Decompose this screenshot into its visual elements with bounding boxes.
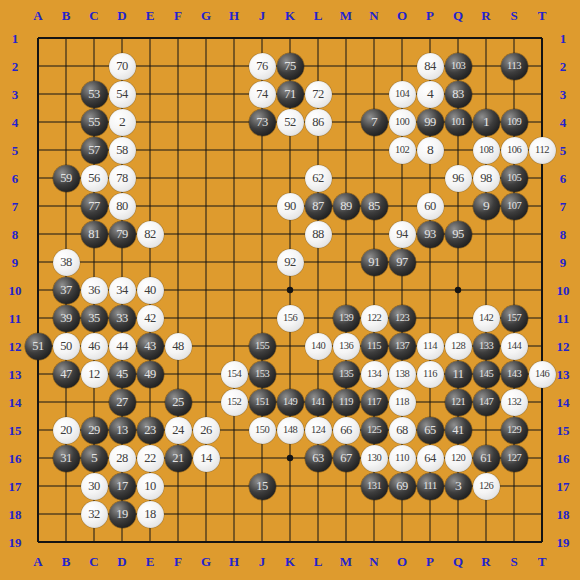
row-label-left: 7 — [12, 200, 19, 213]
move-number: 135 — [339, 369, 353, 380]
move-number: 56 — [88, 172, 100, 185]
move-number: 141 — [311, 397, 325, 408]
black-stone-K3: 71 — [277, 81, 304, 108]
move-number: 103 — [451, 61, 465, 72]
move-number: 89 — [340, 200, 352, 213]
move-number: 49 — [144, 368, 156, 381]
black-stone-C16: 5 — [81, 445, 108, 472]
row-label-left: 11 — [9, 312, 21, 325]
move-number: 128 — [451, 341, 465, 352]
column-label-top: J — [259, 9, 266, 22]
move-number: 84 — [424, 60, 436, 73]
move-number: 133 — [479, 341, 493, 352]
move-number: 4 — [427, 87, 433, 101]
black-stone-E12: 43 — [137, 333, 164, 360]
column-label-bottom: Q — [453, 555, 463, 568]
column-label-bottom: K — [285, 555, 295, 568]
row-label-right: 7 — [560, 200, 567, 213]
black-stone-D11: 33 — [109, 305, 136, 332]
white-stone-S12: 144 — [501, 333, 528, 360]
move-number: 91 — [368, 256, 380, 269]
star-point — [287, 287, 293, 293]
white-stone-N13: 134 — [361, 361, 388, 388]
move-number: 32 — [88, 508, 100, 521]
black-stone-J17: 15 — [249, 473, 276, 500]
move-number: 23 — [144, 424, 156, 437]
row-label-left: 18 — [9, 508, 22, 521]
move-number: 3 — [455, 479, 461, 493]
black-stone-O9: 97 — [389, 249, 416, 276]
move-number: 98 — [480, 172, 492, 185]
row-label-right: 2 — [560, 60, 567, 73]
white-stone-H14: 152 — [221, 389, 248, 416]
move-number: 79 — [116, 228, 128, 241]
row-label-left: 17 — [9, 480, 22, 493]
move-number: 117 — [367, 397, 381, 408]
column-label-bottom: B — [62, 555, 71, 568]
white-stone-C12: 46 — [81, 333, 108, 360]
column-label-bottom: M — [340, 555, 352, 568]
column-label-bottom: R — [481, 555, 490, 568]
move-number: 51 — [32, 340, 44, 353]
column-label-top: Q — [453, 9, 463, 22]
white-stone-C13: 12 — [81, 361, 108, 388]
column-label-bottom: S — [510, 555, 517, 568]
move-number: 130 — [367, 453, 381, 464]
white-stone-C6: 56 — [81, 165, 108, 192]
black-stone-A12: 51 — [25, 333, 52, 360]
black-stone-O11: 123 — [389, 305, 416, 332]
column-label-top: D — [117, 9, 126, 22]
move-number: 80 — [116, 200, 128, 213]
move-number: 65 — [424, 424, 436, 437]
white-stone-C17: 30 — [81, 473, 108, 500]
black-stone-B6: 59 — [53, 165, 80, 192]
black-stone-J13: 153 — [249, 361, 276, 388]
move-number: 152 — [227, 397, 241, 408]
move-number: 21 — [172, 452, 184, 465]
row-label-left: 2 — [12, 60, 19, 73]
move-number: 121 — [451, 397, 465, 408]
black-stone-R14: 147 — [473, 389, 500, 416]
white-stone-T13: 146 — [529, 361, 556, 388]
row-label-right: 3 — [560, 88, 567, 101]
move-number: 109 — [507, 117, 521, 128]
move-number: 95 — [452, 228, 464, 241]
move-number: 68 — [396, 424, 408, 437]
move-number: 2 — [119, 115, 125, 129]
black-stone-L14: 141 — [305, 389, 332, 416]
move-number: 155 — [255, 341, 269, 352]
move-number: 78 — [116, 172, 128, 185]
black-stone-S15: 129 — [501, 417, 528, 444]
move-number: 14 — [200, 452, 212, 465]
black-stone-S11: 157 — [501, 305, 528, 332]
black-stone-S13: 143 — [501, 361, 528, 388]
white-stone-B9: 38 — [53, 249, 80, 276]
row-label-right: 16 — [557, 452, 570, 465]
move-number: 46 — [88, 340, 100, 353]
row-label-right: 19 — [557, 536, 570, 549]
black-stone-D18: 19 — [109, 501, 136, 528]
move-number: 104 — [395, 89, 409, 100]
move-number: 136 — [339, 341, 353, 352]
move-number: 31 — [60, 452, 72, 465]
row-label-left: 12 — [9, 340, 22, 353]
black-stone-Q14: 121 — [445, 389, 472, 416]
move-number: 22 — [144, 452, 156, 465]
column-label-top: E — [146, 9, 155, 22]
black-stone-B11: 39 — [53, 305, 80, 332]
move-number: 8 — [427, 143, 433, 157]
move-number: 29 — [88, 424, 100, 437]
black-stone-D14: 27 — [109, 389, 136, 416]
white-stone-J15: 150 — [249, 417, 276, 444]
column-label-bottom: A — [33, 555, 42, 568]
black-stone-F16: 21 — [165, 445, 192, 472]
move-number: 96 — [452, 172, 464, 185]
move-number: 150 — [255, 425, 269, 436]
black-stone-M16: 67 — [333, 445, 360, 472]
column-label-bottom: C — [89, 555, 98, 568]
move-number: 82 — [144, 228, 156, 241]
move-number: 97 — [396, 256, 408, 269]
move-number: 25 — [172, 396, 184, 409]
row-label-right: 14 — [557, 396, 570, 409]
move-number: 153 — [255, 369, 269, 380]
move-number: 99 — [424, 116, 436, 129]
white-stone-L15: 124 — [305, 417, 332, 444]
row-label-left: 19 — [9, 536, 22, 549]
row-label-right: 13 — [557, 368, 570, 381]
move-number: 92 — [284, 256, 296, 269]
row-label-left: 4 — [12, 116, 19, 129]
move-number: 70 — [116, 60, 128, 73]
black-stone-N14: 117 — [361, 389, 388, 416]
white-stone-O5: 102 — [389, 137, 416, 164]
move-number: 114 — [423, 341, 437, 352]
move-number: 140 — [311, 341, 325, 352]
row-label-right: 15 — [557, 424, 570, 437]
move-number: 38 — [60, 256, 72, 269]
move-number: 119 — [339, 397, 353, 408]
move-number: 126 — [479, 481, 493, 492]
move-number: 18 — [144, 508, 156, 521]
move-number: 28 — [116, 452, 128, 465]
white-stone-L4: 86 — [305, 109, 332, 136]
row-label-right: 18 — [557, 508, 570, 521]
white-stone-L3: 72 — [305, 81, 332, 108]
black-stone-D8: 79 — [109, 221, 136, 248]
column-label-bottom: F — [174, 555, 182, 568]
move-number: 30 — [88, 480, 100, 493]
column-label-bottom: T — [538, 555, 547, 568]
black-stone-R7: 9 — [473, 193, 500, 220]
column-label-top: B — [62, 9, 71, 22]
move-number: 151 — [255, 397, 269, 408]
move-number: 20 — [60, 424, 72, 437]
move-number: 137 — [395, 341, 409, 352]
move-number: 1 — [483, 115, 489, 129]
black-stone-N7: 85 — [361, 193, 388, 220]
column-label-top: N — [369, 9, 378, 22]
move-number: 105 — [507, 173, 521, 184]
move-number: 125 — [367, 425, 381, 436]
move-number: 120 — [451, 453, 465, 464]
move-number: 41 — [452, 424, 464, 437]
black-stone-Q13: 11 — [445, 361, 472, 388]
move-number: 19 — [116, 508, 128, 521]
white-stone-M15: 66 — [333, 417, 360, 444]
white-stone-B15: 20 — [53, 417, 80, 444]
column-label-top: A — [33, 9, 42, 22]
move-number: 73 — [256, 116, 268, 129]
white-stone-K4: 52 — [277, 109, 304, 136]
move-number: 132 — [507, 397, 521, 408]
move-number: 58 — [116, 144, 128, 157]
white-stone-M12: 136 — [333, 333, 360, 360]
move-number: 127 — [507, 453, 521, 464]
row-label-right: 9 — [560, 256, 567, 269]
black-stone-N17: 131 — [361, 473, 388, 500]
white-stone-K11: 156 — [277, 305, 304, 332]
column-label-top: H — [229, 9, 239, 22]
black-stone-C7: 77 — [81, 193, 108, 220]
move-number: 142 — [479, 313, 493, 324]
white-stone-D3: 54 — [109, 81, 136, 108]
black-stone-S6: 105 — [501, 165, 528, 192]
black-stone-P4: 99 — [417, 109, 444, 136]
white-stone-D6: 78 — [109, 165, 136, 192]
white-stone-P2: 84 — [417, 53, 444, 80]
move-number: 154 — [227, 369, 241, 380]
black-stone-D13: 45 — [109, 361, 136, 388]
move-number: 55 — [88, 116, 100, 129]
column-label-bottom: L — [314, 555, 323, 568]
black-stone-K2: 75 — [277, 53, 304, 80]
white-stone-D16: 28 — [109, 445, 136, 472]
column-label-bottom: O — [397, 555, 407, 568]
move-number: 147 — [479, 397, 493, 408]
move-number: 9 — [483, 199, 489, 213]
white-stone-L6: 62 — [305, 165, 332, 192]
move-number: 113 — [507, 61, 521, 72]
row-label-right: 12 — [557, 340, 570, 353]
move-number: 146 — [535, 369, 549, 380]
white-stone-D7: 80 — [109, 193, 136, 220]
move-number: 64 — [424, 452, 436, 465]
black-stone-S7: 107 — [501, 193, 528, 220]
move-number: 107 — [507, 201, 521, 212]
black-stone-B10: 37 — [53, 277, 80, 304]
move-number: 60 — [424, 200, 436, 213]
move-number: 69 — [396, 480, 408, 493]
move-number: 5 — [91, 451, 97, 465]
column-label-bottom: N — [369, 555, 378, 568]
white-stone-T5: 112 — [529, 137, 556, 164]
white-stone-Q6: 96 — [445, 165, 472, 192]
column-label-top: L — [314, 9, 323, 22]
white-stone-O4: 100 — [389, 109, 416, 136]
column-label-top: O — [397, 9, 407, 22]
move-number: 44 — [116, 340, 128, 353]
black-stone-D17: 17 — [109, 473, 136, 500]
black-stone-R16: 61 — [473, 445, 500, 472]
white-stone-G15: 26 — [193, 417, 220, 444]
white-stone-K7: 90 — [277, 193, 304, 220]
move-number: 100 — [395, 117, 409, 128]
move-number: 67 — [340, 452, 352, 465]
black-stone-Q17: 3 — [445, 473, 472, 500]
move-number: 43 — [144, 340, 156, 353]
row-label-left: 13 — [9, 368, 22, 381]
white-stone-K15: 148 — [277, 417, 304, 444]
move-number: 93 — [424, 228, 436, 241]
move-number: 37 — [60, 284, 72, 297]
black-stone-P15: 65 — [417, 417, 444, 444]
move-number: 90 — [284, 200, 296, 213]
move-number: 102 — [395, 145, 409, 156]
column-label-bottom: H — [229, 555, 239, 568]
column-label-bottom: G — [201, 555, 211, 568]
move-number: 35 — [88, 312, 100, 325]
white-stone-D12: 44 — [109, 333, 136, 360]
move-number: 129 — [507, 425, 521, 436]
column-label-bottom: D — [117, 555, 126, 568]
column-label-top: T — [538, 9, 547, 22]
white-stone-P12: 114 — [417, 333, 444, 360]
move-number: 101 — [451, 117, 465, 128]
white-stone-J2: 76 — [249, 53, 276, 80]
move-number: 39 — [60, 312, 72, 325]
move-number: 85 — [368, 200, 380, 213]
black-stone-N15: 125 — [361, 417, 388, 444]
white-stone-R17: 126 — [473, 473, 500, 500]
move-number: 108 — [479, 145, 493, 156]
column-label-top: S — [510, 9, 517, 22]
white-stone-E18: 18 — [137, 501, 164, 528]
move-number: 63 — [312, 452, 324, 465]
move-number: 77 — [88, 200, 100, 213]
column-label-bottom: J — [259, 555, 266, 568]
move-number: 111 — [423, 481, 436, 492]
row-label-left: 3 — [12, 88, 19, 101]
move-number: 50 — [60, 340, 72, 353]
black-stone-O17: 69 — [389, 473, 416, 500]
move-number: 74 — [256, 88, 268, 101]
move-number: 12 — [88, 368, 100, 381]
move-number: 42 — [144, 312, 156, 325]
row-label-left: 16 — [9, 452, 22, 465]
white-stone-C18: 32 — [81, 501, 108, 528]
move-number: 59 — [60, 172, 72, 185]
white-stone-O15: 68 — [389, 417, 416, 444]
move-number: 156 — [283, 313, 297, 324]
row-label-right: 10 — [557, 284, 570, 297]
black-stone-N4: 7 — [361, 109, 388, 136]
black-stone-O12: 137 — [389, 333, 416, 360]
move-number: 13 — [116, 424, 128, 437]
move-number: 52 — [284, 116, 296, 129]
move-number: 106 — [507, 145, 521, 156]
white-stone-R11: 142 — [473, 305, 500, 332]
white-stone-S14: 132 — [501, 389, 528, 416]
move-number: 54 — [116, 88, 128, 101]
white-stone-E8: 82 — [137, 221, 164, 248]
white-stone-D5: 58 — [109, 137, 136, 164]
move-number: 47 — [60, 368, 72, 381]
white-stone-N16: 130 — [361, 445, 388, 472]
move-number: 123 — [395, 313, 409, 324]
go-board[interactable]: AABBCCDDEEFFGGHHJJKKLLMMNNOOPPQQRRSSTT11… — [0, 0, 580, 580]
row-label-left: 6 — [12, 172, 19, 185]
column-label-top: K — [285, 9, 295, 22]
black-stone-P8: 93 — [417, 221, 444, 248]
black-stone-C11: 35 — [81, 305, 108, 332]
row-label-left: 1 — [12, 32, 19, 45]
black-stone-N12: 115 — [361, 333, 388, 360]
move-number: 62 — [312, 172, 324, 185]
white-stone-F15: 24 — [165, 417, 192, 444]
move-number: 45 — [116, 368, 128, 381]
black-stone-K14: 149 — [277, 389, 304, 416]
row-label-left: 8 — [12, 228, 19, 241]
black-stone-R13: 145 — [473, 361, 500, 388]
white-stone-E11: 42 — [137, 305, 164, 332]
move-number: 134 — [367, 369, 381, 380]
move-number: 10 — [144, 480, 156, 493]
white-stone-R5: 108 — [473, 137, 500, 164]
black-stone-S16: 127 — [501, 445, 528, 472]
black-stone-E15: 23 — [137, 417, 164, 444]
row-label-right: 6 — [560, 172, 567, 185]
black-stone-M13: 135 — [333, 361, 360, 388]
row-label-right: 8 — [560, 228, 567, 241]
row-label-right: 5 — [560, 144, 567, 157]
white-stone-E17: 10 — [137, 473, 164, 500]
white-stone-K9: 92 — [277, 249, 304, 276]
white-stone-O16: 110 — [389, 445, 416, 472]
move-number: 7 — [371, 115, 377, 129]
row-label-left: 9 — [12, 256, 19, 269]
black-stone-S4: 109 — [501, 109, 528, 136]
move-number: 75 — [284, 60, 296, 73]
black-stone-M7: 89 — [333, 193, 360, 220]
black-stone-M11: 139 — [333, 305, 360, 332]
row-label-right: 17 — [557, 480, 570, 493]
black-stone-L16: 63 — [305, 445, 332, 472]
black-stone-B16: 31 — [53, 445, 80, 472]
black-stone-Q2: 103 — [445, 53, 472, 80]
move-number: 139 — [339, 313, 353, 324]
black-stone-N9: 91 — [361, 249, 388, 276]
move-number: 53 — [88, 88, 100, 101]
move-number: 122 — [367, 313, 381, 324]
row-label-right: 4 — [560, 116, 567, 129]
move-number: 24 — [172, 424, 184, 437]
white-stone-L8: 88 — [305, 221, 332, 248]
white-stone-G16: 14 — [193, 445, 220, 472]
move-number: 148 — [283, 425, 297, 436]
move-number: 110 — [395, 453, 409, 464]
white-stone-E10: 40 — [137, 277, 164, 304]
column-label-bottom: P — [426, 555, 434, 568]
white-stone-P5: 8 — [417, 137, 444, 164]
white-stone-Q16: 120 — [445, 445, 472, 472]
move-number: 87 — [312, 200, 324, 213]
black-stone-Q15: 41 — [445, 417, 472, 444]
move-number: 61 — [480, 452, 492, 465]
